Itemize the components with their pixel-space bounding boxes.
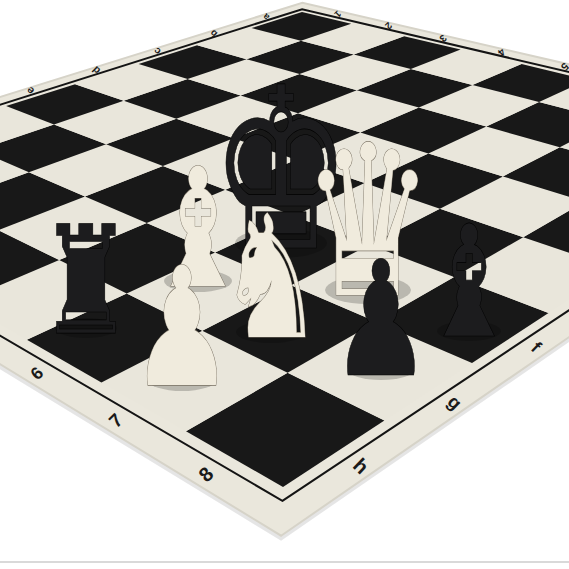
piece-black-pawn-g8[interactable]: ♟ (331, 227, 431, 414)
piece-black-rook-h6[interactable]: ♜ (39, 194, 133, 369)
piece-white-pawn-h7[interactable]: ♟ (130, 232, 234, 424)
chessboard: 8877665544332211hhggffeeddccbbaa♚♝♛♜♝♞♟♟ (0, 0, 569, 569)
product-photo: 8877665544332211hhggffeeddccbbaa♚♝♛♜♝♞♟♟… (0, 0, 569, 569)
bottom-divider (0, 561, 569, 563)
piece-black-bishop-f8[interactable]: ♝ (420, 192, 517, 373)
